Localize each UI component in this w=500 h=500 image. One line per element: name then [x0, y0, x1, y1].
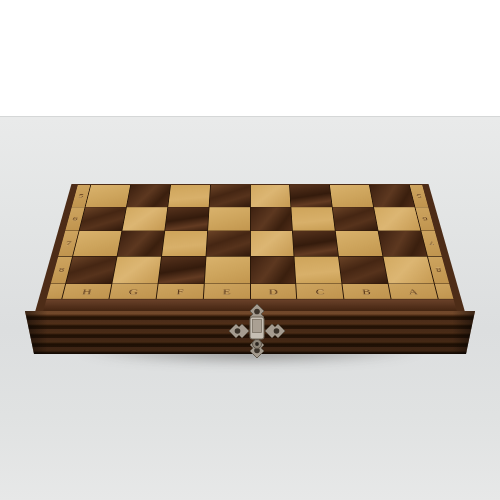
square-b7	[336, 231, 383, 256]
square-d6	[250, 207, 292, 230]
board-grid: 55667788HGFEDCBA	[35, 184, 465, 312]
square-h7	[73, 231, 121, 256]
square-h5	[86, 185, 130, 207]
corner-cell-right	[435, 284, 453, 299]
file-label-e: E	[203, 284, 249, 299]
square-e8	[204, 257, 249, 284]
square-g6	[122, 207, 167, 230]
square-c5	[290, 185, 332, 207]
file-label-g: G	[109, 284, 157, 299]
square-e6	[208, 207, 250, 230]
square-g5	[127, 185, 170, 207]
square-b6	[333, 207, 378, 230]
square-e5	[209, 185, 249, 207]
square-d7	[250, 231, 293, 256]
file-label-d: D	[250, 284, 296, 299]
square-b5	[330, 185, 373, 207]
square-h8	[66, 257, 116, 284]
file-label-a: A	[389, 284, 438, 299]
square-h6	[80, 207, 126, 230]
square-a5	[370, 185, 414, 207]
square-f6	[165, 207, 208, 230]
board-top-surface: 55667788HGFEDCBA	[35, 72, 465, 312]
square-f8	[158, 257, 205, 284]
product-photo: Closed folding wooden chess board box wi…	[0, 0, 500, 500]
square-f7	[162, 231, 207, 256]
square-c8	[295, 257, 342, 284]
clasp-latch-icon	[227, 304, 287, 358]
file-label-h: H	[62, 284, 111, 299]
square-a7	[379, 231, 427, 256]
file-label-b: B	[343, 284, 391, 299]
file-label-c: C	[297, 284, 344, 299]
square-g8	[112, 257, 161, 284]
square-a8	[384, 257, 434, 284]
square-d5	[250, 185, 290, 207]
square-a6	[374, 207, 420, 230]
file-label-f: F	[156, 284, 203, 299]
square-c7	[293, 231, 338, 256]
square-d8	[250, 257, 295, 284]
square-g7	[117, 231, 164, 256]
square-e7	[206, 231, 249, 256]
square-b8	[339, 257, 388, 284]
square-c6	[292, 207, 335, 230]
square-f5	[168, 185, 210, 207]
